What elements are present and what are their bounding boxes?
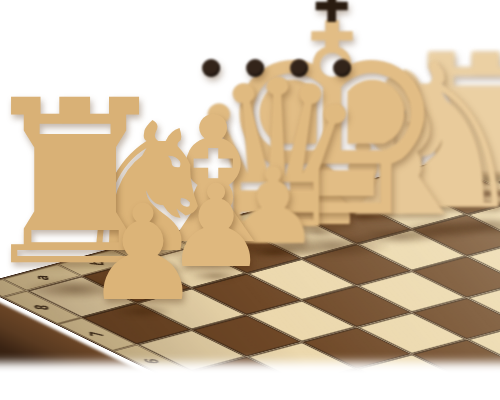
background-bottom bbox=[0, 384, 500, 400]
chess-set-photo: abcdefgh8877665544332211abcdefgh ♜♞♝♛♚✚♝… bbox=[0, 0, 500, 400]
coordinate-text: 7 bbox=[87, 331, 106, 337]
piece-pawn-a7: ♟ bbox=[84, 187, 202, 319]
pawn-glyph: ♟ bbox=[84, 187, 202, 319]
king-dark-cross: ✚ bbox=[214, 0, 451, 29]
